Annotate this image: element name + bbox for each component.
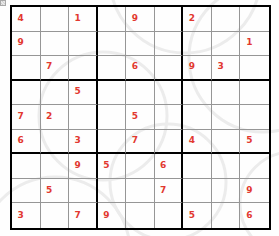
given-digit: 2 <box>46 112 52 121</box>
given-digit: 7 <box>160 186 166 195</box>
given-digit: 7 <box>18 112 24 121</box>
cell-r9c7[interactable]: 5 <box>183 203 212 228</box>
cell-r3c8[interactable]: 3 <box>212 56 241 81</box>
cell-r6c5[interactable]: 7 <box>126 130 155 155</box>
cell-r4c2[interactable] <box>41 81 70 106</box>
given-digit: 2 <box>189 14 195 23</box>
cell-r8c2[interactable]: 5 <box>41 179 70 204</box>
cell-r4c7[interactable] <box>183 81 212 106</box>
cell-r6c1[interactable]: 6 <box>12 130 41 155</box>
cell-r3c3[interactable] <box>69 56 98 81</box>
cell-r4c9[interactable] <box>240 81 269 106</box>
cell-r7c5[interactable] <box>126 154 155 179</box>
cell-r2c5[interactable] <box>126 32 155 57</box>
given-digit: 9 <box>246 186 252 195</box>
given-digit: 9 <box>132 14 138 23</box>
cell-r2c1[interactable]: 9 <box>12 32 41 57</box>
cell-r2c2[interactable] <box>41 32 70 57</box>
given-digit: 3 <box>217 63 223 72</box>
cell-r1c4[interactable] <box>98 7 127 32</box>
sudoku-screen: 419291769357256374595657937956 <box>0 0 279 236</box>
cell-r7c7[interactable] <box>183 154 212 179</box>
cell-r1c7[interactable]: 2 <box>183 7 212 32</box>
cell-r2c9[interactable]: 1 <box>240 32 269 57</box>
cell-r1c3[interactable]: 1 <box>69 7 98 32</box>
given-digit: 6 <box>132 63 138 72</box>
given-digit: 9 <box>103 211 109 220</box>
given-digit: 7 <box>74 211 80 220</box>
cell-r7c9[interactable] <box>240 154 269 179</box>
cell-r7c4[interactable]: 5 <box>98 154 127 179</box>
given-digit: 6 <box>160 161 166 170</box>
cell-r1c6[interactable] <box>155 7 184 32</box>
given-digit: 3 <box>18 211 24 220</box>
given-digit: 4 <box>189 136 195 145</box>
cell-r5c1[interactable]: 7 <box>12 105 41 130</box>
cell-r9c1[interactable]: 3 <box>12 203 41 228</box>
cell-r3c7[interactable]: 9 <box>183 56 212 81</box>
given-digit: 5 <box>74 88 80 97</box>
cell-r1c2[interactable] <box>41 7 70 32</box>
cell-r8c7[interactable] <box>183 179 212 204</box>
cell-r7c1[interactable] <box>12 154 41 179</box>
cell-r8c9[interactable]: 9 <box>240 179 269 204</box>
cell-r7c3[interactable]: 9 <box>69 154 98 179</box>
cell-r9c3[interactable]: 7 <box>69 203 98 228</box>
cell-r7c8[interactable] <box>212 154 241 179</box>
cell-r5c6[interactable] <box>155 105 184 130</box>
given-digit: 5 <box>132 112 138 121</box>
given-digit: 6 <box>246 211 252 220</box>
cell-r3c2[interactable]: 7 <box>41 56 70 81</box>
given-digit: 5 <box>103 161 109 170</box>
given-digit: 3 <box>74 136 80 145</box>
cell-r8c5[interactable] <box>126 179 155 204</box>
given-digit: 5 <box>246 136 252 145</box>
cell-r3c1[interactable] <box>12 56 41 81</box>
cell-r7c6[interactable]: 6 <box>155 154 184 179</box>
given-digit: 7 <box>46 63 52 72</box>
cell-r6c4[interactable] <box>98 130 127 155</box>
cell-r3c6[interactable] <box>155 56 184 81</box>
cell-r2c7[interactable] <box>183 32 212 57</box>
given-digit: 1 <box>74 14 80 23</box>
cell-r9c8[interactable] <box>212 203 241 228</box>
cell-r6c3[interactable]: 3 <box>69 130 98 155</box>
cell-r2c3[interactable] <box>69 32 98 57</box>
cell-r1c8[interactable] <box>212 7 241 32</box>
cell-r6c7[interactable]: 4 <box>183 130 212 155</box>
cell-r5c8[interactable] <box>212 105 241 130</box>
given-digit: 1 <box>246 39 252 48</box>
cell-r4c8[interactable] <box>212 81 241 106</box>
cell-r3c4[interactable] <box>98 56 127 81</box>
cell-r5c5[interactable]: 5 <box>126 105 155 130</box>
cell-r4c6[interactable] <box>155 81 184 106</box>
cell-r4c1[interactable] <box>12 81 41 106</box>
cell-r2c4[interactable] <box>98 32 127 57</box>
cell-r5c7[interactable] <box>183 105 212 130</box>
cell-r5c2[interactable]: 2 <box>41 105 70 130</box>
cell-r8c1[interactable] <box>12 179 41 204</box>
cell-r2c6[interactable] <box>155 32 184 57</box>
cell-r6c8[interactable] <box>212 130 241 155</box>
cell-r6c9[interactable]: 5 <box>240 130 269 155</box>
cell-r9c9[interactable]: 6 <box>240 203 269 228</box>
cell-r5c4[interactable] <box>98 105 127 130</box>
cell-r9c4[interactable]: 9 <box>98 203 127 228</box>
given-digit: 5 <box>189 211 195 220</box>
given-digit: 4 <box>18 14 24 23</box>
image-placeholder-icon <box>0 0 6 6</box>
cell-r1c5[interactable]: 9 <box>126 7 155 32</box>
cell-r9c5[interactable] <box>126 203 155 228</box>
cell-r4c4[interactable] <box>98 81 127 106</box>
cell-r1c9[interactable] <box>240 7 269 32</box>
cell-r5c9[interactable] <box>240 105 269 130</box>
cell-r5c3[interactable] <box>69 105 98 130</box>
given-digit: 5 <box>46 186 52 195</box>
cell-r3c5[interactable]: 6 <box>126 56 155 81</box>
cell-r9c2[interactable] <box>41 203 70 228</box>
cell-r4c5[interactable] <box>126 81 155 106</box>
cell-r8c4[interactable] <box>98 179 127 204</box>
given-digit: 9 <box>189 63 195 72</box>
cell-r1c1[interactable]: 4 <box>12 7 41 32</box>
cell-r4c3[interactable]: 5 <box>69 81 98 106</box>
given-digit: 9 <box>18 39 24 48</box>
cell-r7c2[interactable] <box>41 154 70 179</box>
cell-r8c8[interactable] <box>212 179 241 204</box>
cell-r6c6[interactable] <box>155 130 184 155</box>
given-digit: 9 <box>74 161 80 170</box>
cell-r9c6[interactable] <box>155 203 184 228</box>
cell-r3c9[interactable] <box>240 56 269 81</box>
given-digit: 6 <box>18 136 24 145</box>
cell-r8c3[interactable] <box>69 179 98 204</box>
given-digit: 7 <box>132 136 138 145</box>
cell-r2c8[interactable] <box>212 32 241 57</box>
cell-r8c6[interactable]: 7 <box>155 179 184 204</box>
cell-r6c2[interactable] <box>41 130 70 155</box>
sudoku-board[interactable]: 419291769357256374595657937956 <box>10 5 271 230</box>
